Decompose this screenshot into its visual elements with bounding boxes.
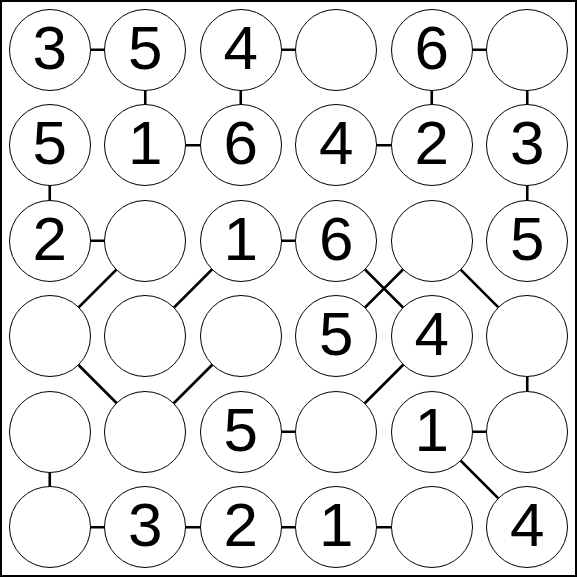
circle-r6c1[interactable] <box>9 486 91 568</box>
circle-r4c4[interactable]: 5 <box>295 295 377 377</box>
cell-r5c2 <box>98 384 194 480</box>
given-digit: 2 <box>224 494 258 560</box>
given-digit: 1 <box>224 208 258 274</box>
cell-r3c2 <box>98 193 194 289</box>
cell-r2c6: 3 <box>480 98 576 194</box>
circle-r1c2[interactable]: 5 <box>104 9 186 91</box>
circle-r5c3[interactable]: 5 <box>200 391 282 473</box>
circle-r2c6[interactable]: 3 <box>486 104 568 186</box>
cell-r1c3: 4 <box>193 2 289 98</box>
given-digit: 1 <box>128 112 162 178</box>
circle-r3c5[interactable] <box>391 200 473 282</box>
circle-r3c6[interactable]: 5 <box>486 200 568 282</box>
circle-r5c1[interactable] <box>9 391 91 473</box>
cell-r1c1: 3 <box>2 2 98 98</box>
circle-r5c5[interactable]: 1 <box>391 391 473 473</box>
given-digit: 5 <box>128 17 162 83</box>
cell-r4c6 <box>480 289 576 385</box>
cell-r1c5: 6 <box>384 2 480 98</box>
given-digit: 3 <box>128 494 162 560</box>
circle-r5c4[interactable] <box>295 391 377 473</box>
cell-r4c2 <box>98 289 194 385</box>
given-digit: 6 <box>319 208 353 274</box>
circle-r1c1[interactable]: 3 <box>9 9 91 91</box>
circle-r4c5[interactable]: 4 <box>391 295 473 377</box>
circle-r5c2[interactable] <box>104 391 186 473</box>
cell-r4c5: 4 <box>384 289 480 385</box>
circle-r6c5[interactable] <box>391 486 473 568</box>
circle-r6c3[interactable]: 2 <box>200 486 282 568</box>
strimko-board: 3546516423216554513214 <box>0 0 577 577</box>
cell-r5c5: 1 <box>384 384 480 480</box>
given-digit: 5 <box>319 303 353 369</box>
given-digit: 3 <box>510 112 544 178</box>
circle-r1c6[interactable] <box>486 9 568 91</box>
circle-r4c3[interactable] <box>200 295 282 377</box>
circle-r4c6[interactable] <box>486 295 568 377</box>
circle-r2c4[interactable]: 4 <box>295 104 377 186</box>
given-digit: 4 <box>319 112 353 178</box>
given-digit: 4 <box>510 494 544 560</box>
given-digit: 4 <box>224 17 258 83</box>
cell-r5c3: 5 <box>193 384 289 480</box>
cell-r3c1: 2 <box>2 193 98 289</box>
cell-r1c2: 5 <box>98 2 194 98</box>
cell-r1c6 <box>480 2 576 98</box>
cell-r6c3: 2 <box>193 480 289 576</box>
cell-r6c5 <box>384 480 480 576</box>
given-digit: 3 <box>33 17 67 83</box>
circle-r2c5[interactable]: 2 <box>391 104 473 186</box>
cell-r4c4: 5 <box>289 289 385 385</box>
circle-r3c3[interactable]: 1 <box>200 200 282 282</box>
cell-r6c1 <box>2 480 98 576</box>
cell-r5c1 <box>2 384 98 480</box>
given-digit: 6 <box>415 17 449 83</box>
given-digit: 2 <box>415 112 449 178</box>
cell-r5c4 <box>289 384 385 480</box>
circle-r1c5[interactable]: 6 <box>391 9 473 91</box>
cell-r3c3: 1 <box>193 193 289 289</box>
circle-r1c3[interactable]: 4 <box>200 9 282 91</box>
cell-r2c3: 6 <box>193 98 289 194</box>
cell-r6c4: 1 <box>289 480 385 576</box>
circle-r4c1[interactable] <box>9 295 91 377</box>
circle-r3c4[interactable]: 6 <box>295 200 377 282</box>
cell-r2c2: 1 <box>98 98 194 194</box>
circle-r6c2[interactable]: 3 <box>104 486 186 568</box>
circle-r5c6[interactable] <box>486 391 568 473</box>
cell-r2c5: 2 <box>384 98 480 194</box>
given-digit: 1 <box>415 399 449 465</box>
circle-r2c1[interactable]: 5 <box>9 104 91 186</box>
given-digit: 2 <box>33 208 67 274</box>
circle-r2c3[interactable]: 6 <box>200 104 282 186</box>
cell-r2c1: 5 <box>2 98 98 194</box>
cell-r1c4 <box>289 2 385 98</box>
cell-r3c4: 6 <box>289 193 385 289</box>
cell-r3c5 <box>384 193 480 289</box>
circle-r4c2[interactable] <box>104 295 186 377</box>
cell-r5c6 <box>480 384 576 480</box>
circle-r2c2[interactable]: 1 <box>104 104 186 186</box>
cell-r2c4: 4 <box>289 98 385 194</box>
cell-r4c1 <box>2 289 98 385</box>
given-digit: 5 <box>510 208 544 274</box>
cell-r6c6: 4 <box>480 480 576 576</box>
cell-r4c3 <box>193 289 289 385</box>
circle-r6c4[interactable]: 1 <box>295 486 377 568</box>
given-digit: 5 <box>33 112 67 178</box>
given-digit: 1 <box>319 494 353 560</box>
circle-r1c4[interactable] <box>295 9 377 91</box>
circle-r3c2[interactable] <box>104 200 186 282</box>
circle-r6c6[interactable]: 4 <box>486 486 568 568</box>
cell-r3c6: 5 <box>480 193 576 289</box>
given-digit: 4 <box>415 303 449 369</box>
cell-r6c2: 3 <box>98 480 194 576</box>
given-digit: 6 <box>224 112 258 178</box>
given-digit: 5 <box>224 399 258 465</box>
puzzle-grid: 3546516423216554513214 <box>2 2 575 575</box>
circle-r3c1[interactable]: 2 <box>9 200 91 282</box>
